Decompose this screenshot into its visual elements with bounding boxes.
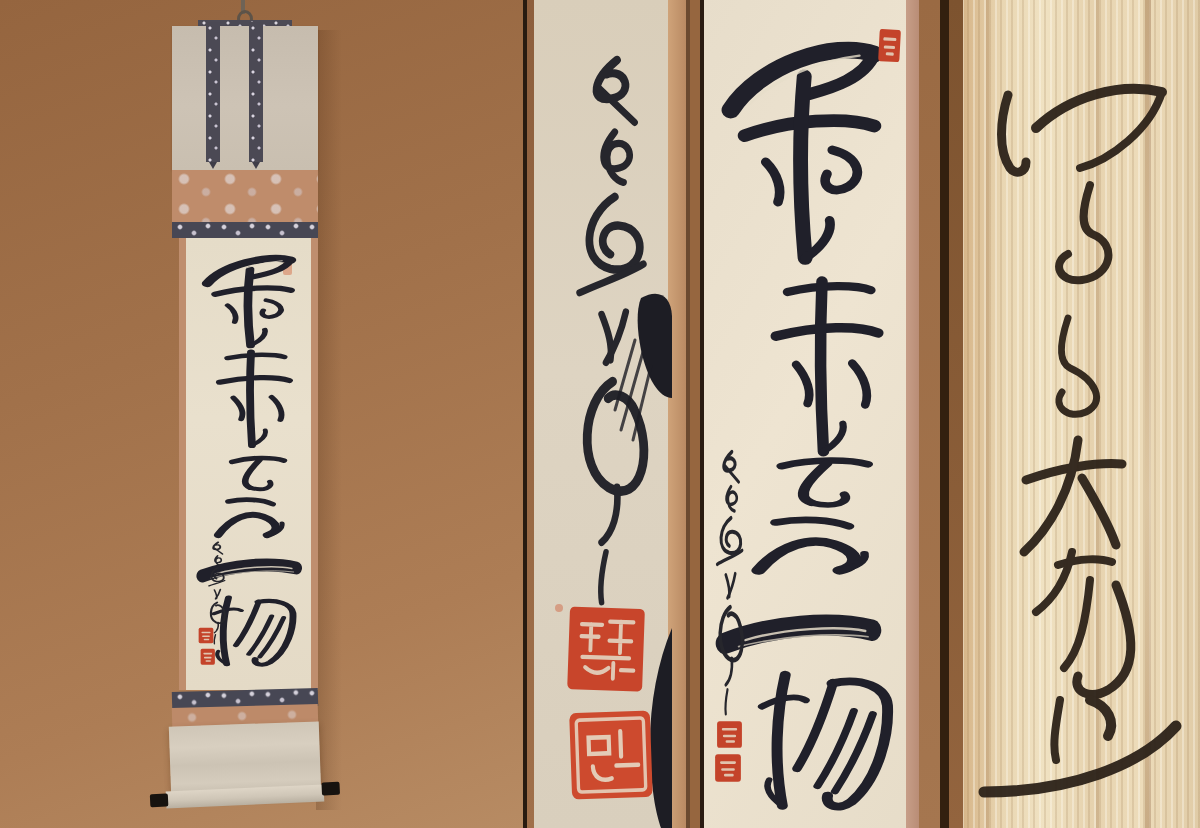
panel-calligraphy-closeup	[700, 0, 940, 828]
artist-seal-lower	[569, 710, 653, 799]
panel-box-lid	[940, 0, 1200, 828]
main-calligraphy-large	[700, 0, 940, 828]
small-seal-2	[715, 754, 741, 782]
ink-stroke-edge	[650, 628, 672, 828]
upper-right-seal	[878, 29, 901, 62]
box-inscription	[940, 0, 1200, 828]
panel-scroll-full-view	[0, 0, 523, 828]
artist-seal-upper	[567, 606, 645, 691]
small-seal-1	[717, 721, 742, 748]
calligraphy-small	[0, 0, 523, 828]
photo-composite	[0, 0, 1200, 828]
signature-calligraphy-large	[523, 0, 700, 828]
ink-blob	[638, 294, 672, 398]
panel-signature-closeup	[523, 0, 700, 828]
